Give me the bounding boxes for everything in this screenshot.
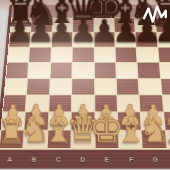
file-label-h: H <box>168 156 170 162</box>
square-f5 <box>116 63 138 78</box>
file-label-b: B <box>22 156 47 162</box>
square-e5 <box>94 63 115 78</box>
square-f4 <box>117 79 139 95</box>
square-b6 <box>29 47 50 62</box>
square-e4 <box>95 79 117 95</box>
file-label-e: E <box>95 156 119 162</box>
chess-board: ♜♞♝♛♚♝♞♜♟♟♟♟♟♟♟♟♟♟♟♟♟♟♟♟♜♞♝♛♚♝♞♜ <box>0 18 170 149</box>
square-g6 <box>137 47 159 62</box>
waveform-logo <box>143 4 169 26</box>
square-c5 <box>50 63 71 78</box>
file-label-d: D <box>71 156 95 162</box>
square-e6 <box>94 47 115 62</box>
chess-photo-scene: ♜♞♝♛♚♝♞♜♟♟♟♟♟♟♟♟♟♟♟♟♟♟♟♟♜♞♝♛♚♝♞♜ ABCDEFG… <box>0 0 170 170</box>
square-f6 <box>115 47 136 62</box>
file-label-f: F <box>119 156 144 162</box>
square-a5 <box>6 63 28 78</box>
square-h7: ♟ <box>157 33 170 47</box>
board-3d-wrapper: ♜♞♝♛♚♝♞♜♟♟♟♟♟♟♟♟♟♟♟♟♟♟♟♟♜♞♝♛♚♝♞♜ ABCDEFG… <box>0 5 170 167</box>
square-c6 <box>51 47 72 62</box>
file-coordinates: ABCDEFGH <box>0 149 170 169</box>
board-frame: ♜♞♝♛♚♝♞♜♟♟♟♟♟♟♟♟♟♟♟♟♟♟♟♟♜♞♝♛♚♝♞♜ ABCDEFG… <box>0 5 170 167</box>
square-g1: ♞ <box>142 130 166 148</box>
square-h6 <box>158 47 170 62</box>
square-d6 <box>73 47 94 62</box>
square-h1: ♜ <box>165 130 170 148</box>
square-a6 <box>8 47 30 62</box>
square-a4 <box>5 79 28 95</box>
square-h5 <box>159 63 170 78</box>
square-c4 <box>50 79 72 95</box>
file-label-a: A <box>0 156 22 162</box>
file-label-g: G <box>143 156 168 162</box>
square-b5 <box>28 63 50 78</box>
square-b4 <box>27 79 49 95</box>
white-rook: ♜ <box>164 116 170 148</box>
square-g5 <box>138 63 160 78</box>
square-d4 <box>72 79 94 95</box>
square-d5 <box>72 63 93 78</box>
file-label-c: C <box>46 156 70 162</box>
square-h4 <box>161 79 170 95</box>
square-g4 <box>139 79 162 95</box>
